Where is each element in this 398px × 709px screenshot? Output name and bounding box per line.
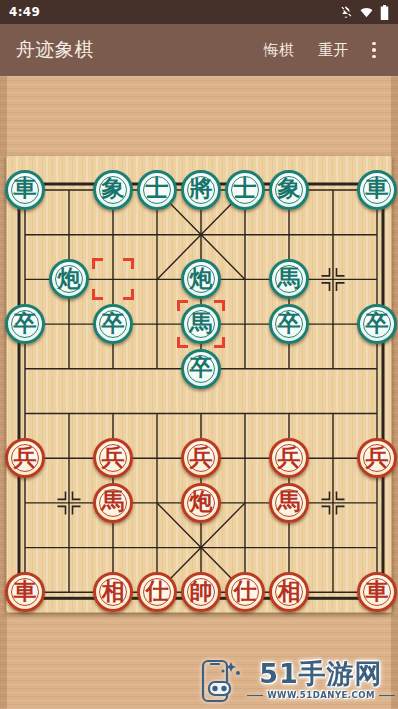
table-background: 車象士將士象車炮炮馬卒卒馬卒卒卒兵兵兵兵兵馬炮馬車相仕帥仕相車 51手游网 WW… [0,76,398,709]
piece-red-soldier[interactable]: 兵 [93,438,133,478]
app-bar: 舟迹象棋 悔棋 重开 [0,24,398,76]
piece-glyph: 炮 [190,490,213,513]
piece-red-rook[interactable]: 車 [5,572,45,612]
piece-glyph: 象 [102,177,125,200]
piece-black-soldier[interactable]: 卒 [5,304,45,344]
piece-glyph: 將 [190,177,213,200]
battery-icon [380,5,389,20]
undo-move-button[interactable]: 悔棋 [252,33,306,68]
piece-glyph: 卒 [102,312,125,335]
piece-black-advisor[interactable]: 士 [137,170,177,210]
status-bar: 4:49 [0,0,398,24]
piece-glyph: 相 [278,580,301,603]
piece-glyph: 卒 [190,356,213,379]
piece-black-soldier[interactable]: 卒 [357,304,397,344]
piece-glyph: 馬 [190,312,213,335]
piece-glyph: 馬 [278,490,301,513]
piece-red-elephant[interactable]: 相 [93,572,133,612]
piece-black-soldier[interactable]: 卒 [93,304,133,344]
piece-glyph: 車 [366,177,389,200]
watermark: 51手游网 WWW.51DANYE.COM [200,656,395,704]
restart-button[interactable]: 重开 [306,33,360,68]
piece-black-general[interactable]: 將 [181,170,221,210]
piece-glyph: 象 [278,177,301,200]
piece-glyph: 車 [366,580,389,603]
piece-black-horse[interactable]: 馬 [181,304,221,344]
app-title: 舟迹象棋 [16,37,252,63]
piece-glyph: 炮 [58,267,81,290]
piece-glyph: 卒 [278,312,301,335]
piece-glyph: 車 [14,177,37,200]
piece-glyph: 帥 [190,580,213,603]
piece-black-elephant[interactable]: 象 [93,170,133,210]
watermark-text: 51手游网 WWW.51DANYE.COM [247,660,395,700]
piece-black-rook[interactable]: 車 [5,170,45,210]
watermark-title: 51手游网 [259,660,383,687]
piece-glyph: 馬 [102,490,125,513]
piece-red-advisor[interactable]: 仕 [137,572,177,612]
piece-red-rook[interactable]: 車 [357,572,397,612]
piece-glyph: 兵 [14,446,37,469]
piece-red-soldier[interactable]: 兵 [5,438,45,478]
piece-black-soldier[interactable]: 卒 [181,349,221,389]
piece-glyph: 仕 [234,580,257,603]
piece-glyph: 卒 [14,312,37,335]
piece-glyph: 車 [14,580,37,603]
piece-black-cannon[interactable]: 炮 [181,259,221,299]
piece-glyph: 仕 [146,580,169,603]
piece-glyph: 兵 [190,446,213,469]
piece-red-horse[interactable]: 馬 [269,483,309,523]
piece-glyph: 兵 [366,446,389,469]
pieces-layer: 車象士將士象車炮炮馬卒卒馬卒卒卒兵兵兵兵兵馬炮馬車相仕帥仕相車 [3,168,398,615]
piece-black-rook[interactable]: 車 [357,170,397,210]
piece-red-advisor[interactable]: 仕 [225,572,265,612]
piece-red-soldier[interactable]: 兵 [181,438,221,478]
piece-glyph: 相 [102,580,125,603]
piece-glyph: 士 [234,177,257,200]
piece-glyph: 士 [146,177,169,200]
wifi-icon [359,5,374,19]
overflow-menu-button[interactable] [360,32,388,68]
piece-red-general[interactable]: 帥 [181,572,221,612]
piece-black-cannon[interactable]: 炮 [49,259,89,299]
notifications-muted-icon [339,5,353,19]
piece-glyph: 馬 [278,267,301,290]
piece-red-cannon[interactable]: 炮 [181,483,221,523]
clock: 4:49 [9,5,40,19]
phone-gamepad-icon [200,656,242,704]
piece-red-soldier[interactable]: 兵 [269,438,309,478]
piece-black-horse[interactable]: 馬 [269,259,309,299]
status-icons [339,5,389,20]
watermark-url: WWW.51DANYE.COM [247,690,395,700]
piece-black-elephant[interactable]: 象 [269,170,309,210]
piece-black-advisor[interactable]: 士 [225,170,265,210]
piece-glyph: 卒 [366,312,389,335]
piece-glyph: 炮 [190,267,213,290]
piece-black-soldier[interactable]: 卒 [269,304,309,344]
piece-glyph: 兵 [102,446,125,469]
piece-red-soldier[interactable]: 兵 [357,438,397,478]
piece-glyph: 兵 [278,446,301,469]
piece-red-horse[interactable]: 馬 [93,483,133,523]
piece-red-elephant[interactable]: 相 [269,572,309,612]
